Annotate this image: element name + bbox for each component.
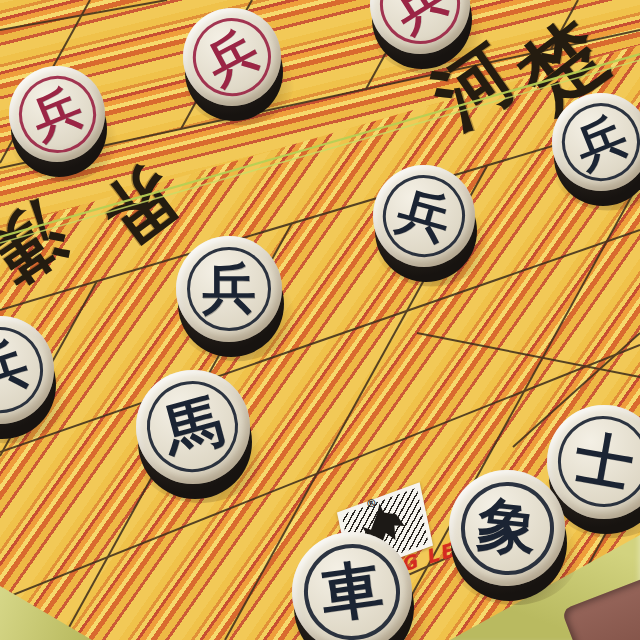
piece-black-soldier-4[interactable]: 兵 xyxy=(0,316,54,424)
piece-black-elephant[interactable]: 象 xyxy=(449,470,565,586)
piece-face: 兵 xyxy=(183,8,281,106)
piece-character: 象 xyxy=(443,464,570,591)
piece-character: 兵 xyxy=(176,236,282,342)
piece-face: 車 xyxy=(292,532,412,640)
piece-face: 兵 xyxy=(373,165,475,267)
piece-face: 馬 xyxy=(136,370,250,484)
piece-red-soldier-3[interactable]: 兵 xyxy=(9,66,105,162)
piece-face: 兵 xyxy=(0,316,54,424)
piece-face: 象 xyxy=(449,470,565,586)
photo-stage: 楚 河 界 漢 ® G LE 兵兵兵兵兵兵兵馬士象車 xyxy=(0,0,640,640)
piece-face: 兵 xyxy=(552,93,640,191)
piece-black-soldier-1[interactable]: 兵 xyxy=(552,93,640,191)
piece-face: 兵 xyxy=(176,236,282,342)
piece-black-soldier-3[interactable]: 兵 xyxy=(176,236,282,342)
piece-black-horse[interactable]: 馬 xyxy=(136,370,250,484)
piece-face: 兵 xyxy=(9,66,105,162)
piece-red-soldier-1[interactable]: 兵 xyxy=(370,0,470,54)
piece-character: 車 xyxy=(284,524,420,640)
piece-black-soldier-2[interactable]: 兵 xyxy=(373,165,475,267)
piece-black-chariot[interactable]: 車 xyxy=(292,532,412,640)
piece-red-soldier-2[interactable]: 兵 xyxy=(183,8,281,106)
